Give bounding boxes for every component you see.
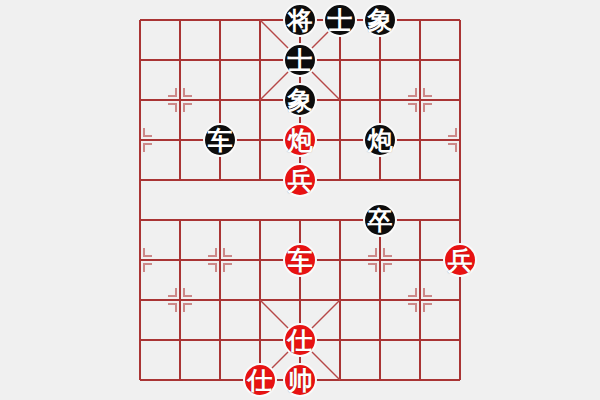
xiangqi-board[interactable]: 将士象士象车炮炮兵卒车兵仕仕帅	[120, 0, 480, 400]
piece-black-advisor[interactable]: 士	[283, 43, 317, 77]
piece-red-advisor[interactable]: 仕	[243, 363, 277, 397]
piece-red-general[interactable]: 帅	[283, 363, 317, 397]
piece-glyph: 象	[368, 8, 393, 33]
piece-red-soldier[interactable]: 兵	[443, 243, 477, 277]
piece-black-soldier[interactable]: 卒	[363, 203, 397, 237]
piece-glyph: 将	[288, 8, 313, 33]
piece-glyph: 士	[328, 8, 353, 33]
piece-red-advisor[interactable]: 仕	[283, 323, 317, 357]
piece-glyph: 车	[288, 248, 313, 273]
piece-red-cannon[interactable]: 炮	[283, 123, 317, 157]
piece-black-advisor[interactable]: 士	[323, 3, 357, 37]
piece-glyph: 仕	[248, 368, 273, 393]
piece-glyph: 炮	[288, 128, 313, 153]
piece-black-chariot[interactable]: 车	[203, 123, 237, 157]
piece-black-elephant[interactable]: 象	[363, 3, 397, 37]
piece-black-general[interactable]: 将	[283, 3, 317, 37]
piece-glyph: 兵	[288, 168, 313, 193]
piece-glyph: 象	[288, 88, 313, 113]
piece-glyph: 车	[208, 128, 233, 153]
xiangqi-app-canvas: 将士象士象车炮炮兵卒车兵仕仕帅	[0, 0, 600, 400]
piece-black-elephant[interactable]: 象	[283, 83, 317, 117]
piece-glyph: 卒	[368, 208, 393, 233]
piece-black-cannon[interactable]: 炮	[363, 123, 397, 157]
piece-red-soldier[interactable]: 兵	[283, 163, 317, 197]
piece-glyph: 仕	[288, 328, 313, 353]
piece-glyph: 兵	[448, 248, 473, 273]
piece-red-chariot[interactable]: 车	[283, 243, 317, 277]
piece-glyph: 炮	[368, 128, 393, 153]
piece-glyph: 士	[288, 48, 313, 73]
piece-glyph: 帅	[288, 368, 313, 393]
